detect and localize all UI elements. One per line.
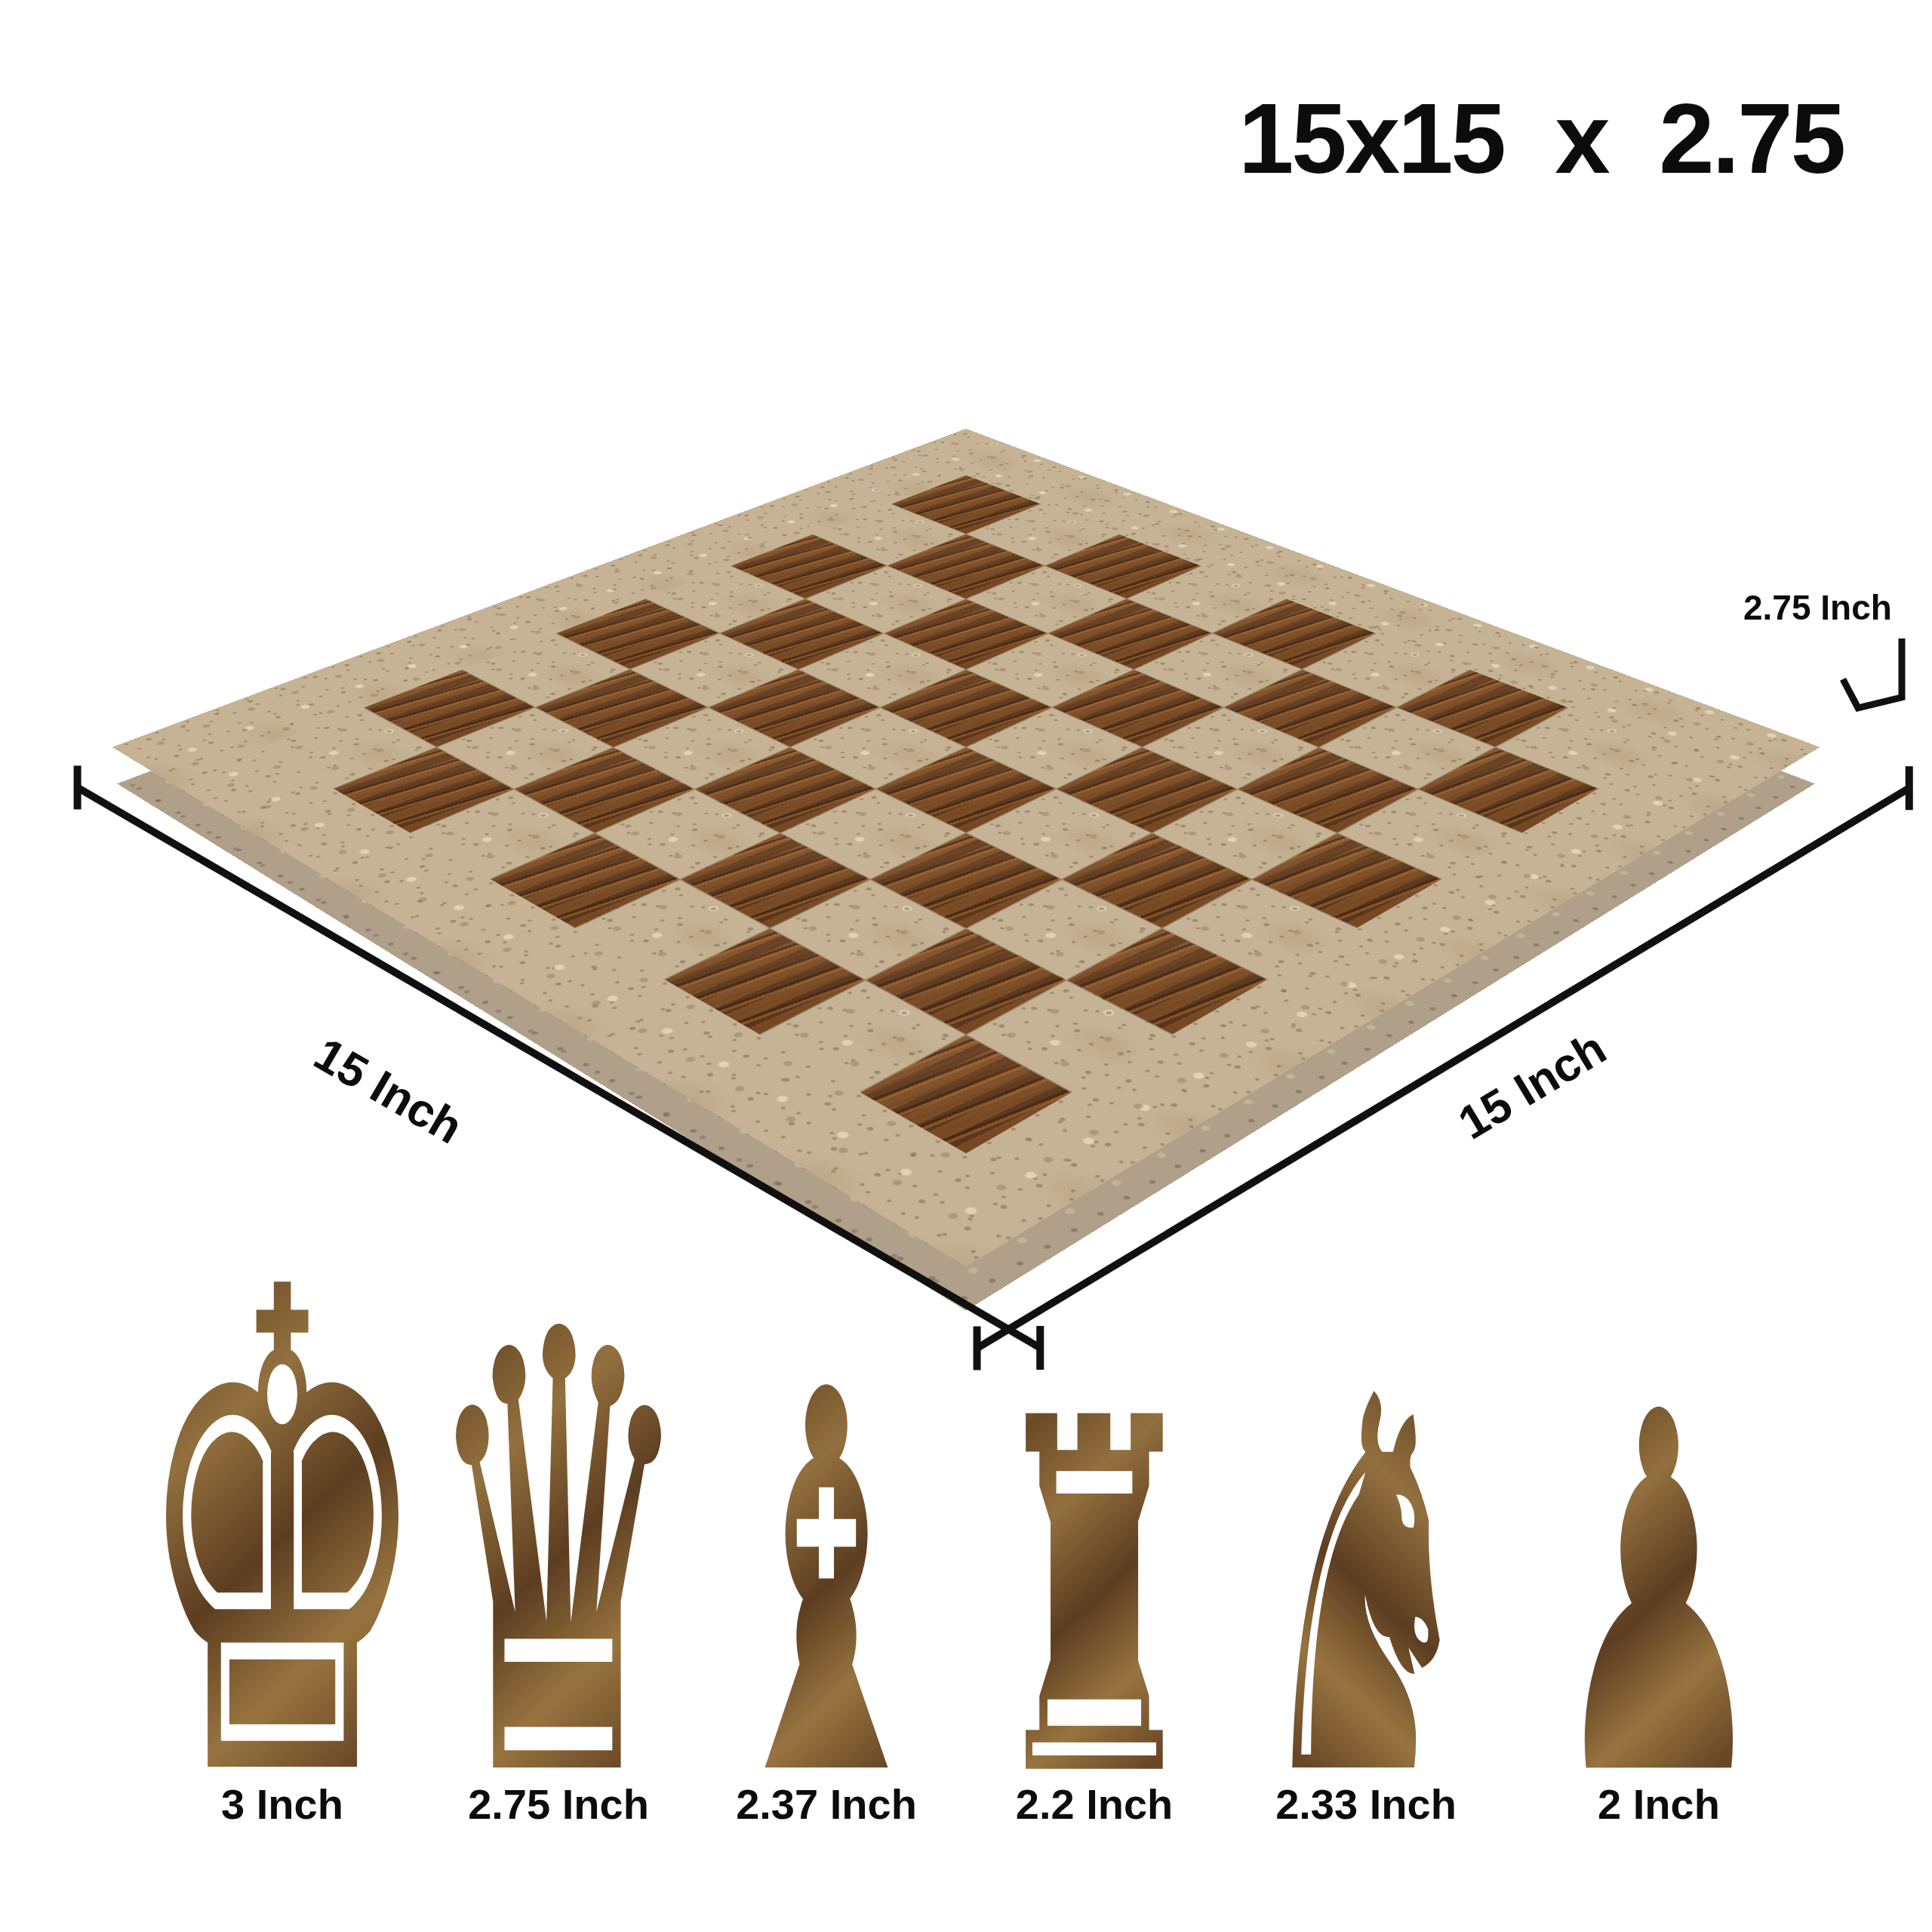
piece-height-label-queen: 2.75 Inch	[468, 1780, 649, 1829]
piece-height-label-pawn: 2 Inch	[1598, 1780, 1720, 1829]
board-field	[262, 475, 1671, 1154]
thickness-label: 2.75 Inch	[1743, 587, 1892, 628]
pawn-icon: ♟	[1548, 1349, 1770, 1844]
dimension-tick	[1906, 766, 1913, 810]
piece-height-label-bishop: 2.37 Inch	[736, 1780, 917, 1829]
product-image: 15x15 x 2.75 15 Inch 15 Inch 2.75 Inch ♚…	[0, 0, 1932, 1932]
piece-height-label-knight: 2.33 Inch	[1275, 1780, 1457, 1829]
piece-height-label-rook: 2.2 Inch	[1016, 1780, 1174, 1829]
dimension-tick	[74, 766, 82, 810]
piece-pawn: ♟	[1437, 1275, 1880, 1770]
piece-height-label-king: 3 Inch	[221, 1780, 343, 1829]
